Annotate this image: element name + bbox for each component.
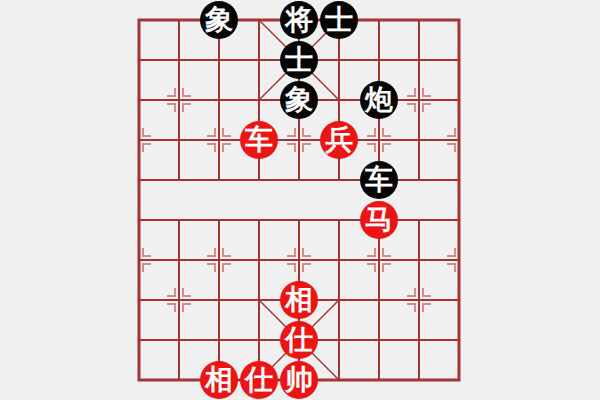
piece-red-pawn[interactable]: 兵 <box>320 121 358 159</box>
piece-red-advisor[interactable]: 仕 <box>240 361 278 399</box>
piece-black-advisor[interactable]: 士 <box>320 1 358 39</box>
piece-black-general[interactable]: 将 <box>280 1 318 39</box>
piece-black-cannon[interactable]: 炮 <box>360 81 398 119</box>
piece-black-elephant[interactable]: 象 <box>280 81 318 119</box>
piece-red-advisor[interactable]: 仕 <box>280 321 318 359</box>
piece-red-elephant[interactable]: 相 <box>280 281 318 319</box>
piece-black-chariot[interactable]: 车 <box>360 161 398 199</box>
xiangqi-app-screen: 象将士士象炮车兵车马相仕相仕帅 <box>0 0 600 400</box>
piece-red-horse[interactable]: 马 <box>360 201 398 239</box>
piece-red-chariot[interactable]: 车 <box>240 121 278 159</box>
piece-black-elephant[interactable]: 象 <box>200 1 238 39</box>
piece-red-elephant[interactable]: 相 <box>200 361 238 399</box>
pieces-layer: 象将士士象炮车兵车马相仕相仕帅 <box>0 0 600 400</box>
piece-black-advisor[interactable]: 士 <box>280 41 318 79</box>
piece-red-general[interactable]: 帅 <box>280 361 318 399</box>
